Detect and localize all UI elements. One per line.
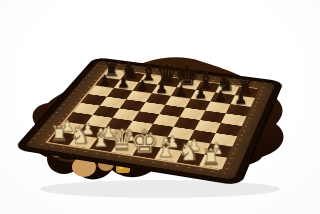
square-h7[interactable]: ♟ [230, 95, 254, 107]
square-c4[interactable] [113, 108, 140, 120]
piece-black-pawn[interactable]: ♟ [117, 76, 130, 90]
square-g7[interactable]: ♟ [210, 93, 235, 105]
piece-black-pawn[interactable]: ♟ [214, 89, 227, 103]
square-h1[interactable]: ♜ [199, 154, 227, 169]
piece-black-pawn[interactable]: ♟ [234, 92, 247, 106]
piece-black-pawn[interactable]: ♟ [98, 74, 111, 87]
piece-white-bishop[interactable]: ♝ [155, 137, 178, 161]
square-g5[interactable] [200, 111, 226, 124]
piece-white-rook[interactable]: ♜ [49, 124, 68, 144]
square-e7[interactable]: ♟ [171, 87, 196, 98]
chess-set-photo: ♜♞♝♛♚♝♞♜♟♟♟♟♟♟♟♟♟♟♟♟♟♟♟♟♜♞♝♛♚♝♞♜ [0, 0, 320, 214]
square-d5[interactable] [139, 102, 165, 114]
square-f7[interactable]: ♟ [191, 90, 216, 101]
square-c5[interactable] [120, 99, 146, 111]
piece-white-knight[interactable]: ♞ [177, 141, 199, 164]
square-d7[interactable]: ♟ [152, 85, 177, 96]
piece-white-rook[interactable]: ♜ [201, 147, 221, 168]
case-shadow [40, 180, 280, 198]
piece-black-pawn[interactable]: ♟ [175, 84, 188, 98]
piece-black-pawn[interactable]: ♟ [155, 81, 168, 95]
board-grid: ♜♞♝♛♚♝♞♜♟♟♟♟♟♟♟♟♟♟♟♟♟♟♟♟♜♞♝♛♚♝♞♜ [45, 68, 257, 170]
square-f4[interactable] [174, 117, 200, 130]
piece-black-pawn[interactable]: ♟ [194, 86, 207, 100]
piece-black-pawn[interactable]: ♟ [136, 79, 149, 93]
piece-white-knight[interactable]: ♞ [69, 125, 90, 147]
